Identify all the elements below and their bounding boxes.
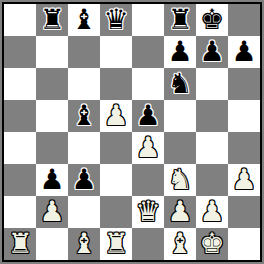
square-d6[interactable] <box>100 68 132 100</box>
square-a5[interactable] <box>4 100 36 132</box>
board-border: ♜♝♛♜♚♟♟♟♞♝♟♟♟♟♟♞♟♟♛♟♟♜♝♜♝♚ <box>2 2 262 262</box>
square-d2[interactable] <box>100 196 132 228</box>
square-b5[interactable] <box>36 100 68 132</box>
square-c6[interactable] <box>68 68 100 100</box>
square-d4[interactable] <box>100 132 132 164</box>
square-g6[interactable] <box>196 68 228 100</box>
square-b3[interactable]: ♟ <box>36 164 68 196</box>
square-e5[interactable]: ♟ <box>132 100 164 132</box>
square-g8[interactable]: ♚ <box>196 4 228 36</box>
square-c3[interactable]: ♟ <box>68 164 100 196</box>
square-h6[interactable] <box>228 68 260 100</box>
black-pawn-g7: ♟ <box>199 36 224 68</box>
square-f4[interactable] <box>164 132 196 164</box>
square-d5[interactable]: ♟ <box>100 100 132 132</box>
square-f5[interactable] <box>164 100 196 132</box>
white-bishop-f1: ♝ <box>167 228 192 260</box>
square-f7[interactable]: ♟ <box>164 36 196 68</box>
square-b7[interactable] <box>36 36 68 68</box>
white-pawn-e4: ♟ <box>135 132 160 164</box>
square-h7[interactable]: ♟ <box>228 36 260 68</box>
square-h3[interactable]: ♟ <box>228 164 260 196</box>
square-a2[interactable] <box>4 196 36 228</box>
square-a1[interactable]: ♜ <box>4 228 36 260</box>
square-b1[interactable] <box>36 228 68 260</box>
square-g4[interactable] <box>196 132 228 164</box>
square-c1[interactable]: ♝ <box>68 228 100 260</box>
square-e6[interactable] <box>132 68 164 100</box>
square-c2[interactable] <box>68 196 100 228</box>
white-pawn-b2: ♟ <box>39 196 64 228</box>
square-h4[interactable] <box>228 132 260 164</box>
square-h5[interactable] <box>228 100 260 132</box>
square-a8[interactable] <box>4 4 36 36</box>
square-c8[interactable]: ♝ <box>68 4 100 36</box>
square-b6[interactable] <box>36 68 68 100</box>
square-d3[interactable] <box>100 164 132 196</box>
square-f3[interactable]: ♞ <box>164 164 196 196</box>
square-c5[interactable]: ♝ <box>68 100 100 132</box>
white-king-g1: ♚ <box>199 228 224 260</box>
square-f8[interactable]: ♜ <box>164 4 196 36</box>
square-g1[interactable]: ♚ <box>196 228 228 260</box>
black-rook-f8: ♜ <box>167 4 192 36</box>
white-knight-f3: ♞ <box>167 164 192 196</box>
chess-board: ♜♝♛♜♚♟♟♟♞♝♟♟♟♟♟♞♟♟♛♟♟♜♝♜♝♚ <box>4 4 260 260</box>
white-rook-a1: ♜ <box>7 228 32 260</box>
square-h2[interactable] <box>228 196 260 228</box>
square-h8[interactable] <box>228 4 260 36</box>
square-a3[interactable] <box>4 164 36 196</box>
black-king-g8: ♚ <box>199 4 224 36</box>
square-e1[interactable] <box>132 228 164 260</box>
black-pawn-b3: ♟ <box>39 164 64 196</box>
square-b2[interactable]: ♟ <box>36 196 68 228</box>
black-rook-b8: ♜ <box>39 4 64 36</box>
square-f1[interactable]: ♝ <box>164 228 196 260</box>
square-c4[interactable] <box>68 132 100 164</box>
square-a4[interactable] <box>4 132 36 164</box>
square-g3[interactable] <box>196 164 228 196</box>
square-g7[interactable]: ♟ <box>196 36 228 68</box>
square-b4[interactable] <box>36 132 68 164</box>
white-rook-d1: ♜ <box>103 228 128 260</box>
square-g2[interactable]: ♟ <box>196 196 228 228</box>
square-a7[interactable] <box>4 36 36 68</box>
square-e4[interactable]: ♟ <box>132 132 164 164</box>
black-queen-d8: ♛ <box>103 4 128 36</box>
white-pawn-g2: ♟ <box>199 196 224 228</box>
square-g5[interactable] <box>196 100 228 132</box>
square-a6[interactable] <box>4 68 36 100</box>
black-bishop-c5: ♝ <box>71 100 96 132</box>
black-bishop-c8: ♝ <box>71 4 96 36</box>
square-e2[interactable]: ♛ <box>132 196 164 228</box>
square-c7[interactable] <box>68 36 100 68</box>
square-d8[interactable]: ♛ <box>100 4 132 36</box>
white-pawn-f2: ♟ <box>167 196 192 228</box>
square-b8[interactable]: ♜ <box>36 4 68 36</box>
black-pawn-e5: ♟ <box>135 100 160 132</box>
square-f6[interactable]: ♞ <box>164 68 196 100</box>
square-e3[interactable] <box>132 164 164 196</box>
board-frame: ♜♝♛♜♚♟♟♟♞♝♟♟♟♟♟♞♟♟♛♟♟♜♝♜♝♚ <box>0 0 264 264</box>
square-h1[interactable] <box>228 228 260 260</box>
square-f2[interactable]: ♟ <box>164 196 196 228</box>
square-e7[interactable] <box>132 36 164 68</box>
black-pawn-f7: ♟ <box>167 36 192 68</box>
white-queen-e2: ♛ <box>135 196 160 228</box>
white-bishop-c1: ♝ <box>71 228 96 260</box>
black-pawn-h7: ♟ <box>231 36 256 68</box>
black-pawn-c3: ♟ <box>71 164 96 196</box>
square-d7[interactable] <box>100 36 132 68</box>
white-pawn-h3: ♟ <box>231 164 256 196</box>
white-pawn-d5: ♟ <box>103 100 128 132</box>
black-knight-f6: ♞ <box>167 68 192 100</box>
square-d1[interactable]: ♜ <box>100 228 132 260</box>
square-e8[interactable] <box>132 4 164 36</box>
